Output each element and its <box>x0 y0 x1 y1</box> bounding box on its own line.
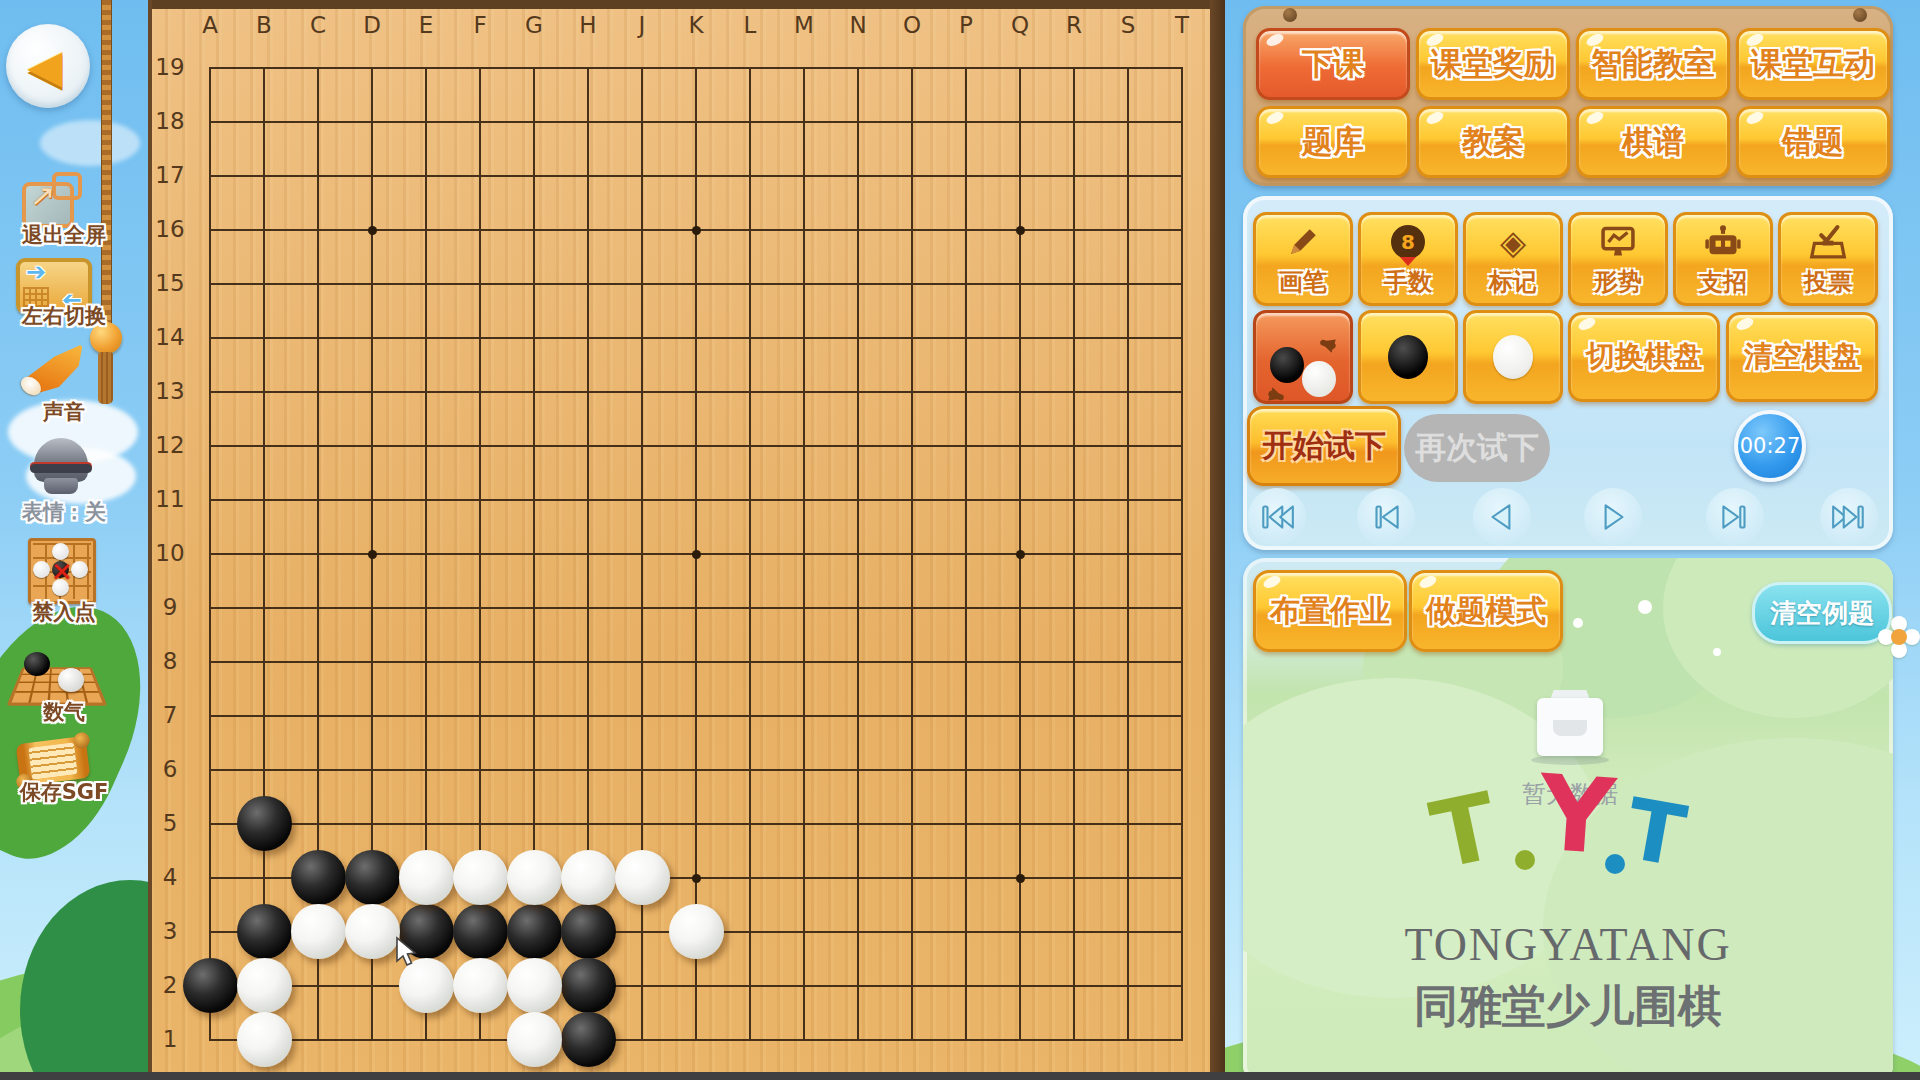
row-label: 6 <box>150 756 190 782</box>
star-point <box>692 226 701 235</box>
white-stone[interactable] <box>507 1012 562 1067</box>
territory-tool-button[interactable]: 形势 <box>1568 212 1668 306</box>
black-stone-icon <box>1388 335 1428 379</box>
white-stone[interactable] <box>291 904 346 959</box>
column-label: O <box>892 12 932 38</box>
column-label: B <box>244 12 284 38</box>
white-stone[interactable] <box>561 850 616 905</box>
row-label: 10 <box>150 540 190 566</box>
pencil-tool-button[interactable]: 画笔 <box>1253 212 1353 306</box>
black-stone[interactable] <box>237 796 292 851</box>
white-stone[interactable] <box>615 850 670 905</box>
cloud-decoration <box>40 120 140 166</box>
move-number-icon: 8 <box>1361 222 1455 262</box>
star-point <box>692 874 701 883</box>
start-trial-button[interactable]: 开始试下 <box>1247 406 1401 486</box>
column-label: T <box>1162 12 1202 38</box>
vote-ballot-icon <box>1781 222 1875 262</box>
class-interaction-button[interactable]: 课堂互动 <box>1736 28 1890 100</box>
step-back-icon <box>1483 498 1521 536</box>
column-label: F <box>460 12 500 38</box>
sparkle <box>1573 618 1583 628</box>
dismiss-class-button[interactable]: 下课 <box>1256 28 1410 100</box>
empty-tray-icon <box>1537 698 1603 756</box>
sparkle <box>1638 600 1652 614</box>
row-label: 5 <box>150 810 190 836</box>
sidebar-item-forbidden-point[interactable]: 禁入点 <box>0 598 128 626</box>
lesson-plan-button[interactable]: 教案 <box>1416 106 1570 178</box>
step-back-button[interactable] <box>1473 488 1531 546</box>
sparkle <box>1713 648 1721 656</box>
sidebar-item-sound[interactable]: 声音 <box>0 398 128 426</box>
black-stone[interactable] <box>507 904 562 959</box>
sidebar-item-count-liberties[interactable]: 数气 <box>0 698 128 726</box>
column-label: E <box>406 12 446 38</box>
white-stone[interactable] <box>453 850 508 905</box>
hint-robot-icon <box>1676 222 1770 262</box>
step-forward-icon <box>1594 498 1632 536</box>
black-stone[interactable] <box>183 958 238 1013</box>
star-point <box>692 550 701 559</box>
brand-name-en: TONGYATANG <box>1343 918 1793 971</box>
row-label: 8 <box>150 648 190 674</box>
wrong-answers-button[interactable]: 错题 <box>1736 106 1890 178</box>
alternate-stone-mode-button[interactable] <box>1253 310 1353 404</box>
white-stone[interactable] <box>507 850 562 905</box>
emote-statue-icon[interactable] <box>30 438 92 498</box>
tyt-logo-icon: T Y T <box>1343 768 1793 918</box>
class-reward-button[interactable]: 课堂奖励 <box>1416 28 1570 100</box>
practice-mode-button[interactable]: 做题模式 <box>1409 570 1563 652</box>
go-to-start-icon <box>1258 498 1296 536</box>
sidebar-item-emote[interactable]: 表情：关 <box>0 498 128 526</box>
mouse-cursor <box>394 936 422 968</box>
black-stone[interactable] <box>237 904 292 959</box>
rope-decoration <box>101 0 112 330</box>
alternate-stones-icon <box>1268 341 1338 401</box>
white-stone[interactable] <box>507 958 562 1013</box>
row-label: 11 <box>150 486 190 512</box>
countdown-timer: 00:27 <box>1734 410 1806 482</box>
sidebar-item-swap-sides[interactable]: 左右切换 <box>0 302 128 330</box>
column-label: A <box>190 12 230 38</box>
black-stone[interactable] <box>561 904 616 959</box>
star-point <box>1016 874 1025 883</box>
back-arrow-icon: ◀ <box>27 43 62 89</box>
star-point <box>1016 550 1025 559</box>
brand-logo: T Y T TONGYATANG 同雅堂少儿围棋 <box>1343 768 1793 1036</box>
marker-diamond-icon: ◈ <box>1466 222 1560 262</box>
vote-tool-button[interactable]: 投票 <box>1778 212 1878 306</box>
column-label: S <box>1108 12 1148 38</box>
brand-name-cn: 同雅堂少儿围棋 <box>1343 977 1793 1036</box>
row-label: 9 <box>150 594 190 620</box>
black-stone-mode-button[interactable] <box>1358 310 1458 404</box>
step-forward-fast-icon <box>1716 498 1754 536</box>
app-window: ◀ ↗ 退出全屏 ➔➔ 左右切换 声音 表情：关 ✕ 禁入点 <box>0 0 1920 1080</box>
row-label: 17 <box>150 162 190 188</box>
column-label: R <box>1054 12 1094 38</box>
column-label: K <box>676 12 716 38</box>
column-label: M <box>784 12 824 38</box>
row-label: 4 <box>150 864 190 890</box>
star-point <box>1016 226 1025 235</box>
white-stone[interactable] <box>237 1012 292 1067</box>
retry-trial-button[interactable]: 再次试下 <box>1404 414 1550 482</box>
white-stone[interactable] <box>345 904 400 959</box>
rope-tassel <box>98 352 113 404</box>
black-stone[interactable] <box>345 850 400 905</box>
back-button[interactable]: ◀ <box>6 24 90 108</box>
question-bank-button[interactable]: 题库 <box>1256 106 1410 178</box>
star-point <box>368 550 377 559</box>
board-frame <box>148 0 1225 9</box>
territory-chart-icon <box>1571 222 1665 262</box>
pencil-icon <box>1256 222 1350 262</box>
row-label: 1 <box>150 1026 190 1052</box>
row-label: 19 <box>150 54 190 80</box>
nail-icon <box>1283 8 1297 22</box>
column-label: P <box>946 12 986 38</box>
step-back-fast-button[interactable] <box>1357 488 1415 546</box>
column-label: L <box>730 12 770 38</box>
column-label: N <box>838 12 878 38</box>
row-label: 13 <box>150 378 190 404</box>
flower-decoration <box>1878 616 1920 658</box>
game-record-button[interactable]: 棋谱 <box>1576 106 1730 178</box>
exit-fullscreen-icon[interactable]: ↗ <box>22 176 78 222</box>
go-board[interactable]: ABCDEFGHJKLMNOPQRST191817161514131211109… <box>148 0 1225 1080</box>
clear-board-button[interactable]: 清空棋盘 <box>1726 312 1878 402</box>
step-forward-button[interactable] <box>1584 488 1642 546</box>
board-frame <box>1210 0 1225 1080</box>
row-label: 16 <box>150 216 190 242</box>
move-number-tool-button[interactable]: 8 手数 <box>1358 212 1458 306</box>
row-label: 14 <box>150 324 190 350</box>
white-stone[interactable] <box>453 958 508 1013</box>
white-stone-mode-button[interactable] <box>1463 310 1563 404</box>
bottom-edge-bar <box>0 1072 1920 1080</box>
column-label: G <box>514 12 554 38</box>
hint-tool-button[interactable]: 支招 <box>1673 212 1773 306</box>
white-stone[interactable] <box>669 904 724 959</box>
black-stone[interactable] <box>561 1012 616 1067</box>
sidebar-item-save-sgf[interactable]: 保存SGF <box>0 778 128 806</box>
white-stone[interactable] <box>399 850 454 905</box>
nail-icon <box>1853 8 1867 22</box>
marker-tool-button[interactable]: ◈ 标记 <box>1463 212 1563 306</box>
count-liberties-icon[interactable] <box>16 652 92 704</box>
clear-examples-button[interactable]: 清空例题 <box>1752 582 1892 644</box>
go-to-start-button[interactable] <box>1248 488 1306 546</box>
column-label: C <box>298 12 338 38</box>
white-stone[interactable] <box>237 958 292 1013</box>
go-to-end-button[interactable] <box>1820 488 1878 546</box>
column-label: Q <box>1000 12 1040 38</box>
smart-classroom-button[interactable]: 智能教室 <box>1576 28 1730 100</box>
black-stone[interactable] <box>561 958 616 1013</box>
row-label: 7 <box>150 702 190 728</box>
step-forward-fast-button[interactable] <box>1706 488 1764 546</box>
white-stone-icon <box>1493 335 1533 379</box>
forbidden-point-icon[interactable]: ✕ <box>28 538 96 604</box>
assign-homework-button[interactable]: 布置作业 <box>1253 570 1407 652</box>
sidebar: ◀ ↗ 退出全屏 ➔➔ 左右切换 声音 表情：关 ✕ 禁入点 <box>0 0 148 1080</box>
column-label: J <box>622 12 662 38</box>
switch-board-button[interactable]: 切换棋盘 <box>1568 312 1720 402</box>
column-label: H <box>568 12 608 38</box>
black-stone[interactable] <box>453 904 508 959</box>
star-point <box>368 226 377 235</box>
column-label: D <box>352 12 392 38</box>
sound-horn-icon[interactable] <box>18 344 84 402</box>
black-stone[interactable] <box>291 850 346 905</box>
go-to-end-icon <box>1830 498 1868 536</box>
row-label: 3 <box>150 918 190 944</box>
sidebar-item-exit-fullscreen[interactable]: 退出全屏 <box>0 221 128 249</box>
row-label: 12 <box>150 432 190 458</box>
row-label: 15 <box>150 270 190 296</box>
row-label: 18 <box>150 108 190 134</box>
step-back-fast-icon <box>1367 498 1405 536</box>
